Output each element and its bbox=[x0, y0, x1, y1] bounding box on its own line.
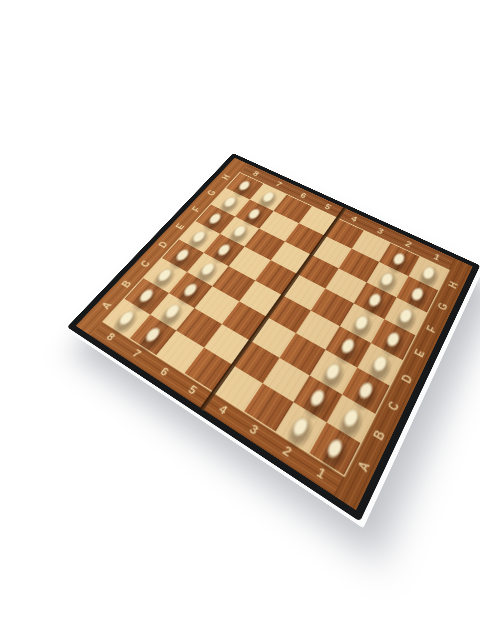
chess-set-product-photo: AA88BB77CC66DD55EE44FF33GG22HH11 ♜♞♟♝♟♚♟… bbox=[0, 0, 480, 622]
scene: AA88BB77CC66DD55EE44FF33GG22HH11 ♜♞♟♝♟♚♟… bbox=[0, 0, 480, 622]
chess-board: AA88BB77CC66DD55EE44FF33GG22HH11 ♜♞♟♝♟♚♟… bbox=[67, 153, 480, 521]
